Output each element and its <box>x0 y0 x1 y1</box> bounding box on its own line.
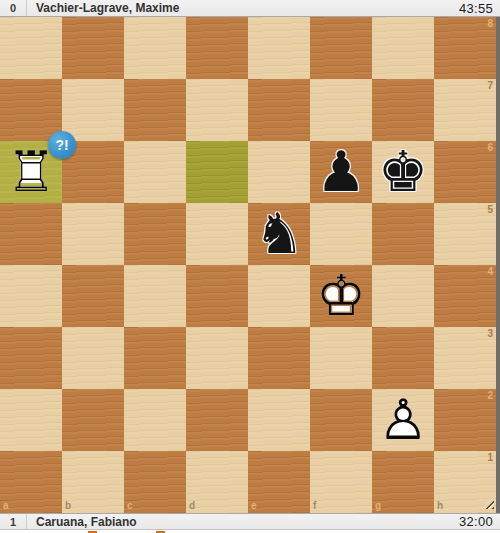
file-label-c: c <box>127 501 133 511</box>
square-h6[interactable]: 6 <box>434 141 496 203</box>
black-player-bar: 0 Vachier-Lagrave, Maxime 43:55 <box>0 0 500 17</box>
square-f1[interactable]: f <box>310 451 372 513</box>
file-label-a: a <box>3 501 9 511</box>
square-h8[interactable]: 8 <box>434 17 496 79</box>
square-f2[interactable] <box>310 389 372 451</box>
square-g5[interactable] <box>372 203 434 265</box>
black-clock: 43:55 <box>459 1 500 16</box>
square-h5[interactable]: 5 <box>434 203 496 265</box>
square-e8[interactable] <box>248 17 310 79</box>
move-annotation-badge: ?! <box>48 131 76 159</box>
square-d6[interactable] <box>186 141 248 203</box>
piece-white-pawn[interactable]: ♟♙ <box>372 389 434 451</box>
square-d2[interactable] <box>186 389 248 451</box>
square-d8[interactable] <box>186 17 248 79</box>
square-f7[interactable] <box>310 79 372 141</box>
square-g1[interactable]: g <box>372 451 434 513</box>
file-label-e: e <box>251 501 257 511</box>
square-b8[interactable] <box>62 17 124 79</box>
square-e3[interactable] <box>248 327 310 389</box>
file-label-g: g <box>375 501 381 511</box>
white-score: 1 <box>0 514 27 529</box>
square-b3[interactable] <box>62 327 124 389</box>
square-b4[interactable] <box>62 265 124 327</box>
white-clock: 32:00 <box>459 514 500 529</box>
square-f5[interactable] <box>310 203 372 265</box>
file-label-h: h <box>437 501 443 511</box>
black-player-name: Vachier-Lagrave, Maxime <box>36 1 179 15</box>
piece-outline: ♔ <box>310 265 372 327</box>
square-e5[interactable]: ♞ <box>248 203 310 265</box>
rank-label-7: 7 <box>487 81 493 91</box>
square-c8[interactable] <box>124 17 186 79</box>
chess-app-window: 0 Vachier-Lagrave, Maxime 43:55 87♜♖♟♚6♞… <box>0 0 500 533</box>
window-edge-strip <box>496 17 500 513</box>
white-player-bar: 1 Caruana, Fabiano 32:00 <box>0 513 500 530</box>
square-f6[interactable]: ♟ <box>310 141 372 203</box>
piece-white-king[interactable]: ♚♔ <box>310 265 372 327</box>
square-c3[interactable] <box>124 327 186 389</box>
square-g6[interactable]: ♚ <box>372 141 434 203</box>
square-a2[interactable] <box>0 389 62 451</box>
square-h4[interactable]: 4 <box>434 265 496 327</box>
square-e6[interactable] <box>248 141 310 203</box>
square-d5[interactable] <box>186 203 248 265</box>
square-b1[interactable]: b <box>62 451 124 513</box>
square-h7[interactable]: 7 <box>434 79 496 141</box>
square-a3[interactable] <box>0 327 62 389</box>
square-a4[interactable] <box>0 265 62 327</box>
rank-label-3: 3 <box>487 329 493 339</box>
square-d4[interactable] <box>186 265 248 327</box>
piece-black-knight[interactable]: ♞ <box>248 203 310 265</box>
rank-label-6: 6 <box>487 143 493 153</box>
square-b7[interactable] <box>62 79 124 141</box>
square-e4[interactable] <box>248 265 310 327</box>
black-score: 0 <box>0 0 27 16</box>
square-g2[interactable]: ♟♙ <box>372 389 434 451</box>
rank-label-2: 2 <box>487 391 493 401</box>
rank-label-5: 5 <box>487 205 493 215</box>
piece-black-king[interactable]: ♚ <box>372 141 434 203</box>
square-h2[interactable]: 2 <box>434 389 496 451</box>
board-area: 87♜♖♟♚6♞5♚♔43♟♙2abcdefg1h ?! <box>0 17 500 513</box>
square-f4[interactable]: ♚♔ <box>310 265 372 327</box>
square-c7[interactable] <box>124 79 186 141</box>
square-f8[interactable] <box>310 17 372 79</box>
file-label-d: d <box>189 501 195 511</box>
file-label-f: f <box>313 501 316 511</box>
square-e7[interactable] <box>248 79 310 141</box>
board[interactable]: 87♜♖♟♚6♞5♚♔43♟♙2abcdefg1h <box>0 17 496 513</box>
piece-outline: ♙ <box>372 389 434 451</box>
square-d3[interactable] <box>186 327 248 389</box>
square-h3[interactable]: 3 <box>434 327 496 389</box>
square-a8[interactable] <box>0 17 62 79</box>
square-e2[interactable] <box>248 389 310 451</box>
rank-label-4: 4 <box>487 267 493 277</box>
white-player-name: Caruana, Fabiano <box>36 515 137 529</box>
square-g3[interactable] <box>372 327 434 389</box>
square-d1[interactable]: d <box>186 451 248 513</box>
piece-black-pawn[interactable]: ♟ <box>310 141 372 203</box>
square-g8[interactable] <box>372 17 434 79</box>
square-g4[interactable] <box>372 265 434 327</box>
square-a7[interactable] <box>0 79 62 141</box>
square-a5[interactable] <box>0 203 62 265</box>
square-g7[interactable] <box>372 79 434 141</box>
square-c2[interactable] <box>124 389 186 451</box>
square-b5[interactable] <box>62 203 124 265</box>
square-c4[interactable] <box>124 265 186 327</box>
square-h1[interactable]: 1h <box>434 451 496 513</box>
square-c6[interactable] <box>124 141 186 203</box>
file-label-b: b <box>65 501 71 511</box>
square-f3[interactable] <box>310 327 372 389</box>
square-d7[interactable] <box>186 79 248 141</box>
rank-label-1: 1 <box>487 453 493 463</box>
square-c5[interactable] <box>124 203 186 265</box>
square-a1[interactable]: a <box>0 451 62 513</box>
square-c1[interactable]: c <box>124 451 186 513</box>
rank-label-8: 8 <box>487 19 493 29</box>
square-e1[interactable]: e <box>248 451 310 513</box>
square-b2[interactable] <box>62 389 124 451</box>
